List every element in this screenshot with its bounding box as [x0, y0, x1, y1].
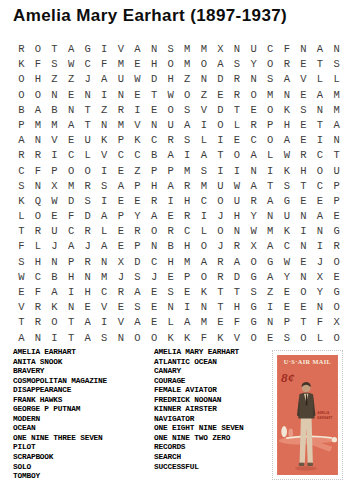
grid-cell: X: [312, 270, 329, 285]
word-list-left: AMELIA EARHARTANITA SNOOKBRAVERYCOSMOPOL…: [13, 348, 107, 482]
grid-cell: I: [312, 133, 329, 148]
grid-cell: V: [46, 133, 63, 148]
grid-cell: N: [46, 255, 63, 270]
grid-cell: X: [328, 315, 345, 330]
grid-cell: J: [113, 270, 130, 285]
word-list-item: FEMALE AVIATOR: [154, 386, 244, 396]
grid-cell: I: [46, 148, 63, 163]
grid-cell: G: [328, 224, 345, 239]
grid-cell: R: [30, 148, 47, 163]
grid-cell: M: [262, 88, 279, 103]
grid-cell: A: [212, 57, 229, 72]
grid-cell: I: [179, 148, 196, 163]
word-list-item: TOMBOY: [13, 472, 107, 482]
grid-cell: C: [96, 285, 113, 300]
grid-cell: K: [13, 57, 30, 72]
grid-cell: E: [46, 209, 63, 224]
grid-cell: C: [179, 224, 196, 239]
grid-cell: P: [328, 179, 345, 194]
grid-cell: A: [63, 42, 80, 57]
grid-cell: F: [63, 209, 80, 224]
grid-cell: R: [79, 179, 96, 194]
grid-cell: E: [295, 57, 312, 72]
grid-cell: U: [79, 133, 96, 148]
grid-cell: F: [196, 331, 213, 346]
grid-cell: A: [96, 209, 113, 224]
grid-cell: O: [312, 164, 329, 179]
grid-cell: W: [279, 148, 296, 163]
grid-cell: P: [46, 164, 63, 179]
grid-cell: N: [96, 118, 113, 133]
grid-cell: R: [162, 224, 179, 239]
grid-cell: K: [279, 103, 296, 118]
grid-cell: E: [113, 224, 130, 239]
airmail-stamp: U·S·AIR MAIL 8¢: [272, 350, 343, 480]
grid-cell: S: [262, 72, 279, 87]
grid-cell: A: [229, 255, 246, 270]
grid-cell: W: [279, 255, 296, 270]
grid-cell: M: [96, 270, 113, 285]
grid-cell: N: [295, 239, 312, 254]
grid-cell: E: [295, 118, 312, 133]
grid-cell: W: [129, 72, 146, 87]
grid-cell: C: [262, 42, 279, 57]
grid-cell: O: [328, 300, 345, 315]
grid-cell: P: [179, 270, 196, 285]
grid-cell: T: [328, 148, 345, 163]
grid-cell: E: [328, 209, 345, 224]
grid-cell: R: [295, 148, 312, 163]
grid-cell: N: [113, 331, 130, 346]
grid-cell: K: [196, 285, 213, 300]
grid-cell: I: [262, 300, 279, 315]
grid-cell: N: [30, 331, 47, 346]
grid-cell: B: [13, 103, 30, 118]
grid-cell: E: [295, 194, 312, 209]
grid-cell: T: [63, 331, 80, 346]
grid-cell: O: [262, 103, 279, 118]
grid-cell: V: [229, 331, 246, 346]
grid-cell: N: [328, 133, 345, 148]
grid-cell: C: [312, 148, 329, 163]
grid-cell: E: [245, 103, 262, 118]
grid-cell: S: [79, 194, 96, 209]
grid-cell: A: [328, 118, 345, 133]
word-list-item: SEARCH: [154, 453, 244, 463]
grid-cell: O: [328, 255, 345, 270]
grid-cell: Z: [96, 103, 113, 118]
grid-cell: E: [162, 209, 179, 224]
grid-cell: S: [179, 133, 196, 148]
grid-cell: B: [46, 103, 63, 118]
grid-cell: K: [129, 133, 146, 148]
grid-cell: I: [212, 133, 229, 148]
grid-cell: S: [245, 285, 262, 300]
grid-cell: U: [113, 72, 130, 87]
grid-cell: N: [146, 239, 163, 254]
grid-cell: O: [179, 88, 196, 103]
grid-cell: P: [113, 133, 130, 148]
grid-cell: E: [212, 88, 229, 103]
grid-cell: O: [146, 224, 163, 239]
word-list-item: ATLANTIC OCEAN: [154, 358, 244, 368]
grid-cell: U: [245, 42, 262, 57]
grid-cell: N: [196, 72, 213, 87]
grid-cell: O: [212, 118, 229, 133]
grid-cell: R: [13, 148, 30, 163]
word-list-item: AMELIA MARY EARHART: [154, 348, 244, 358]
grid-cell: N: [63, 300, 80, 315]
grid-cell: S: [162, 285, 179, 300]
grid-cell: R: [328, 239, 345, 254]
grid-cell: P: [63, 255, 80, 270]
grid-cell: A: [162, 148, 179, 163]
grid-cell: N: [229, 224, 246, 239]
grid-cell: S: [279, 331, 296, 346]
grid-cell: D: [129, 255, 146, 270]
grid-cell: A: [79, 315, 96, 330]
grid-cell: C: [146, 133, 163, 148]
grid-cell: Y: [312, 285, 329, 300]
grid-cell: O: [13, 72, 30, 87]
grid-cell: A: [96, 239, 113, 254]
grid-cell: T: [46, 42, 63, 57]
grid-cell: N: [279, 88, 296, 103]
grid-cell: K: [212, 331, 229, 346]
grid-cell: L: [79, 148, 96, 163]
grid-cell: I: [312, 239, 329, 254]
grid-cell: W: [229, 179, 246, 194]
grid-cell: G: [279, 194, 296, 209]
grid-cell: S: [162, 42, 179, 57]
grid-cell: E: [212, 315, 229, 330]
grid-cell: L: [262, 148, 279, 163]
grid-cell: O: [196, 57, 213, 72]
grid-cell: A: [63, 239, 80, 254]
grid-cell: G: [262, 255, 279, 270]
grid-cell: W: [63, 57, 80, 72]
grid-cell: A: [79, 331, 96, 346]
grid-cell: R: [179, 209, 196, 224]
grid-cell: Z: [196, 88, 213, 103]
grid-cell: S: [328, 57, 345, 72]
grid-cell: G: [245, 270, 262, 285]
grid-cell: M: [46, 118, 63, 133]
word-list-item: SCRAPBOOK: [13, 453, 107, 463]
grid-cell: E: [179, 285, 196, 300]
grid-cell: A: [245, 179, 262, 194]
grid-cell: Y: [245, 209, 262, 224]
grid-cell: H: [295, 164, 312, 179]
stamp-denomination: 8¢: [281, 370, 295, 385]
grid-cell: Z: [63, 72, 80, 87]
grid-cell: H: [179, 194, 196, 209]
grid-cell: L: [96, 224, 113, 239]
grid-cell: N: [63, 103, 80, 118]
word-list-item: ONE NINE THREE SEVEN: [13, 434, 107, 444]
grid-cell: C: [13, 164, 30, 179]
grid-cell: Y: [129, 209, 146, 224]
grid-cell: M: [196, 315, 213, 330]
grid-cell: T: [212, 285, 229, 300]
grid-cell: E: [146, 103, 163, 118]
grid-cell: N: [295, 42, 312, 57]
grid-cell: J: [212, 239, 229, 254]
grid-cell: A: [63, 118, 80, 133]
grid-cell: O: [79, 164, 96, 179]
grid-cell: V: [129, 118, 146, 133]
grid-cell: C: [129, 148, 146, 163]
grid-cell: I: [196, 209, 213, 224]
grid-cell: O: [30, 88, 47, 103]
grid-cell: J: [46, 239, 63, 254]
grid-cell: R: [146, 194, 163, 209]
grid-cell: S: [96, 331, 113, 346]
grid-cell: O: [30, 209, 47, 224]
grid-cell: P: [146, 164, 163, 179]
grid-cell: N: [30, 179, 47, 194]
word-list-item: ANITA SNOOK: [13, 358, 107, 368]
grid-cell: O: [245, 88, 262, 103]
word-list-item: GEORGE P PUTNAM: [13, 405, 107, 415]
grid-cell: S: [179, 103, 196, 118]
grid-cell: A: [262, 194, 279, 209]
grid-cell: E: [146, 300, 163, 315]
grid-cell: O: [328, 331, 345, 346]
grid-cell: O: [229, 148, 246, 163]
grid-cell: S: [13, 179, 30, 194]
grid-cell: N: [262, 315, 279, 330]
grid-cell: I: [196, 118, 213, 133]
grid-cell: D: [229, 270, 246, 285]
word-list-item: PILOT: [13, 443, 107, 453]
word-list-right: AMELIA MARY EARHARTATLANTIC OCEANCANARYC…: [154, 348, 244, 472]
grid-cell: A: [279, 133, 296, 148]
grid-cell: E: [262, 331, 279, 346]
grid-cell: E: [63, 88, 80, 103]
grid-cell: M: [196, 179, 213, 194]
grid-cell: A: [196, 255, 213, 270]
grid-cell: E: [229, 133, 246, 148]
grid-cell: P: [279, 315, 296, 330]
grid-cell: E: [146, 315, 163, 330]
grid-cell: S: [46, 57, 63, 72]
grid-cell: U: [279, 209, 296, 224]
grid-cell: A: [312, 42, 329, 57]
grid-cell: O: [46, 315, 63, 330]
grid-cell: O: [13, 88, 30, 103]
grid-cell: R: [129, 224, 146, 239]
grid-cell: M: [196, 42, 213, 57]
grid-cell: O: [295, 285, 312, 300]
grid-cell: H: [179, 239, 196, 254]
grid-cell: T: [13, 315, 30, 330]
grid-cell: H: [30, 255, 47, 270]
grid-cell: S: [13, 255, 30, 270]
grid-cell: U: [328, 164, 345, 179]
grid-cell: C: [312, 179, 329, 194]
grid-cell: H: [162, 255, 179, 270]
word-list-item: AMELIA EARHART: [13, 348, 107, 358]
grid-cell: B: [146, 148, 163, 163]
grid-cell: E: [162, 270, 179, 285]
grid-cell: T: [79, 118, 96, 133]
grid-cell: T: [229, 285, 246, 300]
grid-cell: I: [96, 164, 113, 179]
grid-cell: J: [79, 72, 96, 87]
grid-cell: I: [96, 42, 113, 57]
grid-cell: Z: [179, 72, 196, 87]
grid-cell: D: [212, 103, 229, 118]
grid-cell: N: [312, 300, 329, 315]
grid-cell: R: [30, 315, 47, 330]
grid-cell: M: [179, 42, 196, 57]
grid-cell: Z: [262, 285, 279, 300]
grid-cell: J: [146, 270, 163, 285]
grid-cell: P: [262, 118, 279, 133]
stamp-caption-line2: EARHART: [317, 416, 332, 420]
grid-cell: E: [79, 300, 96, 315]
grid-cell: L: [328, 72, 345, 87]
grid-cell: C: [279, 239, 296, 254]
grid-cell: O: [162, 103, 179, 118]
grid-cell: N: [245, 72, 262, 87]
grid-cell: R: [229, 239, 246, 254]
grid-cell: L: [312, 331, 329, 346]
grid-cell: T: [63, 315, 80, 330]
grid-cell: N: [229, 42, 246, 57]
grid-cell: A: [146, 209, 163, 224]
grid-cell: E: [129, 57, 146, 72]
grid-cell: N: [312, 103, 329, 118]
grid-cell: H: [79, 285, 96, 300]
grid-cell: W: [245, 224, 262, 239]
grid-cell: O: [196, 239, 213, 254]
grid-cell: N: [295, 270, 312, 285]
grid-cell: T: [13, 224, 30, 239]
word-list-item: COSMOPOLITAN MAGAZINE: [13, 377, 107, 387]
grid-cell: I: [96, 194, 113, 209]
grid-cell: C: [63, 148, 80, 163]
grid-cell: Y: [245, 57, 262, 72]
grid-cell: K: [279, 224, 296, 239]
grid-cell: F: [312, 315, 329, 330]
grid-cell: J: [79, 239, 96, 254]
grid-cell: R: [13, 42, 30, 57]
grid-cell: V: [13, 300, 30, 315]
grid-cell: T: [79, 103, 96, 118]
grid-cell: P: [129, 179, 146, 194]
grid-cell: A: [312, 88, 329, 103]
grid-cell: P: [113, 209, 130, 224]
grid-cell: C: [245, 133, 262, 148]
grid-cell: O: [162, 57, 179, 72]
grid-cell: B: [162, 239, 179, 254]
grid-cell: O: [30, 42, 47, 57]
grid-cell: W: [13, 270, 30, 285]
grid-cell: N: [196, 300, 213, 315]
grid-cell: K: [46, 300, 63, 315]
grid-cell: P: [129, 239, 146, 254]
grid-cell: K: [279, 164, 296, 179]
grid-cell: H: [229, 209, 246, 224]
grid-cell: B: [46, 270, 63, 285]
grid-cell: L: [30, 239, 47, 254]
grid-cell: I: [179, 300, 196, 315]
grid-cell: S: [129, 270, 146, 285]
grid-cell: W: [162, 88, 179, 103]
grid-cell: G: [79, 42, 96, 57]
grid-cell: E: [13, 285, 30, 300]
grid-cell: R: [212, 255, 229, 270]
grid-cell: H: [162, 72, 179, 87]
grid-cell: K: [179, 331, 196, 346]
grid-cell: M: [63, 179, 80, 194]
grid-cell: I: [63, 285, 80, 300]
grid-cell: E: [113, 300, 130, 315]
grid-cell: E: [63, 133, 80, 148]
grid-cell: T: [295, 315, 312, 330]
grid-cell: H: [30, 72, 47, 87]
grid-cell: V: [196, 103, 213, 118]
grid-cell: A: [129, 285, 146, 300]
grid-cell: Z: [129, 164, 146, 179]
grid-cell: I: [129, 103, 146, 118]
grid-cell: N: [46, 88, 63, 103]
grid-cell: A: [13, 331, 30, 346]
grid-cell: E: [129, 88, 146, 103]
word-list-item: MODERN: [13, 415, 107, 425]
grid-cell: V: [96, 300, 113, 315]
grid-cell: N: [79, 270, 96, 285]
grid-cell: J: [312, 255, 329, 270]
grid-cell: R: [245, 194, 262, 209]
grid-cell: S: [129, 300, 146, 315]
grid-cell: I: [46, 331, 63, 346]
grid-cell: C: [79, 57, 96, 72]
grid-cell: A: [179, 315, 196, 330]
grid-cell: N: [113, 88, 130, 103]
grid-cell: I: [295, 224, 312, 239]
word-list-item: CANARY: [154, 367, 244, 377]
grid-cell: Q: [30, 194, 47, 209]
grid-cell: R: [279, 57, 296, 72]
grid-cell: C: [30, 270, 47, 285]
grid-cell: M: [179, 57, 196, 72]
grid-cell: N: [30, 133, 47, 148]
grid-cell: F: [229, 315, 246, 330]
grid-cell: X: [212, 42, 229, 57]
grid-cell: E: [113, 164, 130, 179]
grid-cell: E: [295, 255, 312, 270]
grid-cell: N: [312, 224, 329, 239]
grid-cell: X: [245, 239, 262, 254]
grid-cell: A: [162, 179, 179, 194]
grid-cell: R: [30, 300, 47, 315]
grid-cell: T: [212, 148, 229, 163]
word-list-item: ONE EIGHT NINE SEVEN: [154, 424, 244, 434]
grid-cell: V: [96, 148, 113, 163]
word-list-item: FREDRICK NOONAN: [154, 396, 244, 406]
grid-cell: R: [245, 118, 262, 133]
grid-cell: R: [229, 88, 246, 103]
grid-cell: A: [196, 148, 213, 163]
grid-cell: C: [113, 148, 130, 163]
grid-cell: X: [46, 179, 63, 194]
grid-cell: A: [96, 72, 113, 87]
grid-cell: F: [13, 239, 30, 254]
grid-cell: F: [30, 285, 47, 300]
